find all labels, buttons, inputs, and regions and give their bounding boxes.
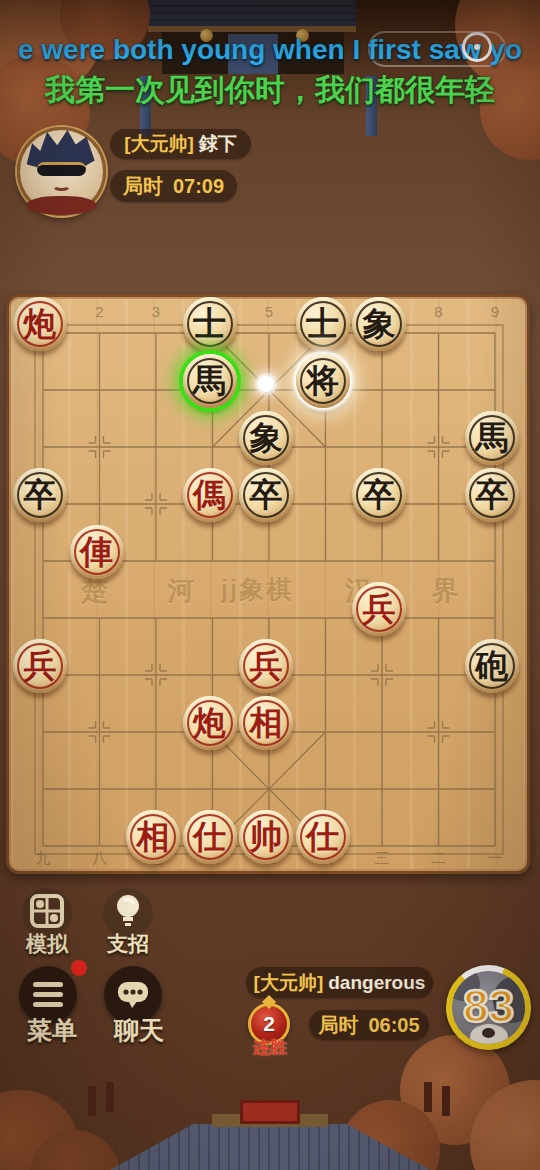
piece-炮[interactable]: 炮 xyxy=(13,297,67,351)
avatar-jacket xyxy=(27,196,97,214)
piece-馬[interactable]: 馬 xyxy=(465,411,519,465)
river-watermark-logo: jj象棋 xyxy=(221,573,293,606)
background-roof xyxy=(148,0,356,26)
temple-post xyxy=(106,1082,114,1112)
avatar-sunglasses xyxy=(37,162,87,176)
chat-label: 聊天 xyxy=(99,1014,179,1047)
subtitle-line-chinese: 我第一次见到你时，我们都很年轻 xyxy=(0,70,540,111)
piece-象[interactable]: 象 xyxy=(352,297,406,351)
top-player-avatar[interactable] xyxy=(17,127,106,216)
piece-象[interactable]: 象 xyxy=(239,411,293,465)
temple-post xyxy=(442,1086,450,1116)
top-player-name: 銶下 xyxy=(199,131,237,157)
move-timer-ring: 83 xyxy=(446,965,531,1050)
circle-target-icon[interactable] xyxy=(462,32,492,62)
piece-相[interactable]: 相 xyxy=(239,696,293,750)
file-label: 5 xyxy=(259,303,279,320)
top-player-clock: 07:09 xyxy=(173,175,224,198)
piece-将[interactable]: 将 xyxy=(296,354,350,408)
file-label: 8 xyxy=(429,303,449,320)
app-screen: e were both young when I first saw yo 我第… xyxy=(0,0,540,1170)
piece-傌[interactable]: 傌 xyxy=(183,468,237,522)
piece-馬[interactable]: 馬 xyxy=(183,354,237,408)
piece-卒[interactable]: 卒 xyxy=(239,468,293,522)
bottom-player-clock: 06:05 xyxy=(368,1014,419,1037)
hamburger-icon xyxy=(33,982,63,1008)
bottom-player-clock-pill: 局时 06:05 xyxy=(309,1010,429,1040)
clock-label: 局时 xyxy=(123,173,163,200)
piece-卒[interactable]: 卒 xyxy=(352,468,406,522)
file-label: 八 xyxy=(90,849,110,868)
bottom-player-title: [大元帅] xyxy=(254,970,324,996)
avatar-smile xyxy=(52,180,72,192)
win-streak-label: 连胜 xyxy=(240,1036,300,1059)
last-move-origin-dot xyxy=(258,376,274,392)
subtitle-line-english: e were both young when I first saw yo xyxy=(18,34,522,66)
piece-兵[interactable]: 兵 xyxy=(13,639,67,693)
top-player-name-pill: [大元帅] 銶下 xyxy=(110,129,251,159)
file-label: 9 xyxy=(485,303,505,320)
piece-帅[interactable]: 帅 xyxy=(239,810,293,864)
bottom-player-name: dangerous xyxy=(328,972,425,994)
temple-post xyxy=(424,1082,432,1112)
clock-label: 局时 xyxy=(318,1012,358,1039)
piece-卒[interactable]: 卒 xyxy=(13,468,67,522)
piece-兵[interactable]: 兵 xyxy=(352,582,406,636)
file-label: 2 xyxy=(90,303,110,320)
menu-label: 菜单 xyxy=(12,1014,92,1047)
piece-俥[interactable]: 俥 xyxy=(70,525,124,579)
piece-仕[interactable]: 仕 xyxy=(183,810,237,864)
piece-炮[interactable]: 炮 xyxy=(183,696,237,750)
bottom-player-name-pill: [大元帅] dangerous xyxy=(246,967,433,998)
file-label: 3 xyxy=(146,303,166,320)
piece-仕[interactable]: 仕 xyxy=(296,810,350,864)
move-timer-seconds: 83 xyxy=(446,979,531,1033)
win-streak-count: 2 xyxy=(263,1012,275,1035)
piece-卒[interactable]: 卒 xyxy=(465,468,519,522)
file-label: 二 xyxy=(429,849,449,868)
piece-砲[interactable]: 砲 xyxy=(465,639,519,693)
temple-sign xyxy=(240,1100,300,1124)
top-player-clock-pill: 局时 07:09 xyxy=(110,170,237,202)
hint-label: 支招 xyxy=(88,930,168,958)
piece-士[interactable]: 士 xyxy=(183,297,237,351)
file-label: 九 xyxy=(33,849,53,868)
piece-兵[interactable]: 兵 xyxy=(239,639,293,693)
piece-士[interactable]: 士 xyxy=(296,297,350,351)
simulate-label: 模拟 xyxy=(7,930,87,958)
menu-notification-dot xyxy=(71,960,87,976)
piece-相[interactable]: 相 xyxy=(126,810,180,864)
file-label: 三 xyxy=(372,849,392,868)
file-label: 一 xyxy=(485,849,505,868)
temple-post xyxy=(88,1086,96,1116)
top-player-title: [大元帅] xyxy=(124,131,194,157)
